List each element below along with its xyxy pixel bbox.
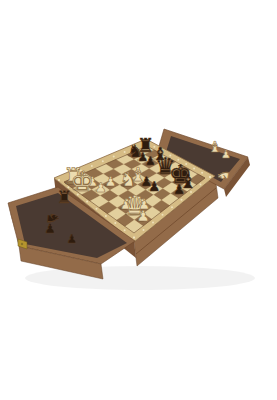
frame-dot bbox=[171, 206, 173, 208]
frame-dot bbox=[181, 199, 183, 201]
frame-dot bbox=[102, 160, 104, 162]
frame-dot bbox=[143, 229, 145, 231]
chess-set-scene: ♝♟♞♜♞♟♟♜♞♝♟♟♛♟♝♚♜♟♟♟♞♝♚♟♟♟♟♟♛♟ bbox=[0, 0, 277, 400]
piece-white-pawn-c2: ♟ bbox=[95, 180, 107, 195]
frame-dot bbox=[200, 184, 202, 186]
chess-set-photo: ♝♟♞♜♞♟♟♜♞♝♟♟♛♟♝♚♜♟♟♟♞♝♚♟♟♟♟♟♛♟ bbox=[0, 0, 277, 400]
frame-dot bbox=[105, 215, 107, 217]
captured-white-bishop: ♝ bbox=[208, 138, 221, 156]
captured-black-pawn: ♟ bbox=[44, 221, 56, 236]
frame-dot bbox=[152, 221, 154, 223]
frame-dot bbox=[113, 156, 115, 158]
frame-dot bbox=[86, 201, 88, 203]
frame-dot bbox=[58, 179, 60, 181]
frame-dot bbox=[124, 151, 126, 153]
piece-white-pawn-h2: ♟ bbox=[136, 207, 149, 225]
piece-black-pawn-f5: ♟ bbox=[148, 179, 160, 194]
frame-dot bbox=[201, 172, 203, 174]
piece-white-king-b1: ♚ bbox=[70, 166, 94, 197]
captured-black-pawn: ♟ bbox=[67, 232, 78, 246]
captured-white-pawn: ♟ bbox=[221, 148, 231, 161]
frame-dot bbox=[162, 214, 164, 216]
frame-dot bbox=[209, 176, 211, 178]
frame-dot bbox=[114, 222, 116, 224]
piece-black-pawn-h6: ♟ bbox=[173, 181, 185, 197]
frame-dot bbox=[96, 208, 98, 210]
frame-dot bbox=[124, 229, 126, 231]
frame-dot bbox=[133, 237, 135, 239]
piece-white-knight-d4: ♞ bbox=[120, 168, 138, 191]
